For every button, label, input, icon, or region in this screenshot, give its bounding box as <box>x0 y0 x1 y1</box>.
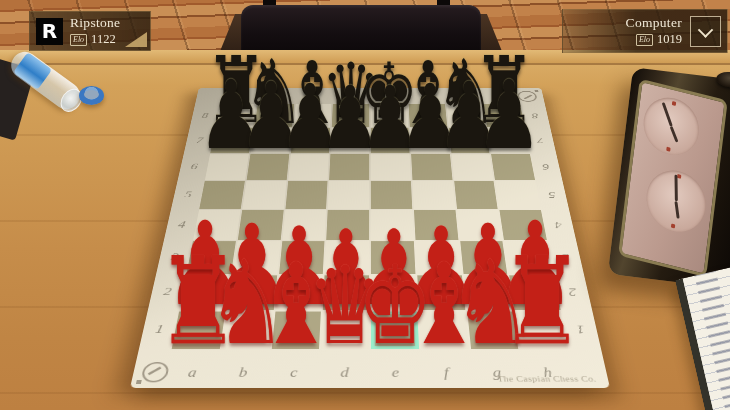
clock-dial-left <box>640 92 702 161</box>
player-badge-left: R Ripstone Elo 1122 <box>29 11 151 51</box>
elo-badge-icon: Elo <box>70 34 87 46</box>
clock-dial-right <box>643 164 709 238</box>
bottle-cap <box>79 86 104 105</box>
piece-black-pawn-h7[interactable]: ♟ <box>475 68 541 163</box>
chevron-down-icon <box>698 22 714 38</box>
left-player-name: Ripstone <box>70 15 120 31</box>
clock-minute-hand-left <box>662 102 673 126</box>
rank-triangle-icon <box>125 32 147 47</box>
chess-ultra-scene: abcdefgh abcdefgh 87654321 87654321 The … <box>0 0 730 410</box>
right-player-name: Computer <box>626 15 682 31</box>
expand-opponent-menu-button[interactable] <box>690 16 721 47</box>
piece-red-rook-h1[interactable]: ♜ <box>499 241 583 361</box>
board-brand-text: The Caspian Chess Co. <box>497 374 597 383</box>
elo-badge-icon: Elo <box>636 34 653 46</box>
clock-hour-hand-left <box>670 126 678 142</box>
left-player-rating: 1122 <box>91 32 116 47</box>
clock-minute-hand-right <box>674 175 677 202</box>
clock-hour-hand-right <box>675 201 680 218</box>
ripstone-logo: R <box>36 18 63 45</box>
right-player-rating: 1019 <box>657 32 682 47</box>
player-badge-right: Computer Elo 1019 <box>562 9 728 53</box>
